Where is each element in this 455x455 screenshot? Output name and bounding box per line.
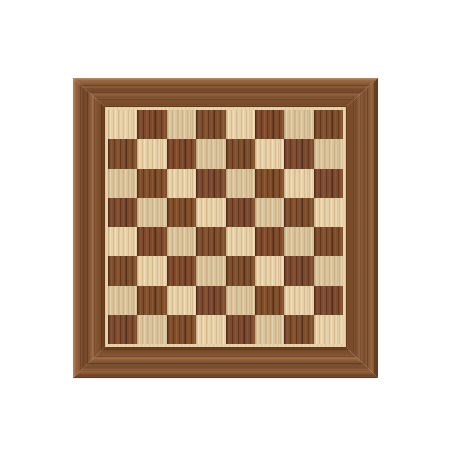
square-a1: [108, 315, 137, 344]
square-a4: [108, 227, 137, 256]
square-h5: [314, 198, 343, 227]
board-frame-top: [73, 78, 378, 107]
square-b3: [137, 256, 166, 285]
square-e7: [226, 139, 255, 168]
photo-background: [0, 0, 455, 455]
square-c2: [167, 286, 196, 315]
square-g8: [284, 110, 313, 139]
square-b5: [137, 198, 166, 227]
board-frame-left: [73, 78, 105, 378]
square-c3: [167, 256, 196, 285]
square-c8: [167, 110, 196, 139]
square-f2: [255, 286, 284, 315]
square-b6: [137, 169, 166, 198]
square-e3: [226, 256, 255, 285]
square-b7: [137, 139, 166, 168]
square-e6: [226, 169, 255, 198]
square-d3: [196, 256, 225, 285]
square-d5: [196, 198, 225, 227]
square-f7: [255, 139, 284, 168]
square-e1: [226, 315, 255, 344]
square-e4: [226, 227, 255, 256]
square-h2: [314, 286, 343, 315]
square-b4: [137, 227, 166, 256]
board-frame-right: [346, 78, 378, 378]
square-g4: [284, 227, 313, 256]
square-g2: [284, 286, 313, 315]
chess-board: [73, 78, 378, 378]
square-g1: [284, 315, 313, 344]
square-h4: [314, 227, 343, 256]
square-d4: [196, 227, 225, 256]
board-squares-grid: [108, 110, 343, 344]
square-b2: [137, 286, 166, 315]
square-a5: [108, 198, 137, 227]
square-h6: [314, 169, 343, 198]
square-c4: [167, 227, 196, 256]
square-b1: [137, 315, 166, 344]
square-f6: [255, 169, 284, 198]
square-d2: [196, 286, 225, 315]
square-a6: [108, 169, 137, 198]
square-c5: [167, 198, 196, 227]
square-e5: [226, 198, 255, 227]
square-a2: [108, 286, 137, 315]
square-f3: [255, 256, 284, 285]
square-h3: [314, 256, 343, 285]
square-d7: [196, 139, 225, 168]
square-d6: [196, 169, 225, 198]
square-f8: [255, 110, 284, 139]
square-f1: [255, 315, 284, 344]
square-c7: [167, 139, 196, 168]
square-g7: [284, 139, 313, 168]
square-h8: [314, 110, 343, 139]
square-a3: [108, 256, 137, 285]
square-b8: [137, 110, 166, 139]
square-h1: [314, 315, 343, 344]
square-e8: [226, 110, 255, 139]
maple-fillet-border: [105, 107, 346, 347]
square-a8: [108, 110, 137, 139]
square-f4: [255, 227, 284, 256]
square-e2: [226, 286, 255, 315]
square-h7: [314, 139, 343, 168]
square-g5: [284, 198, 313, 227]
square-c1: [167, 315, 196, 344]
square-d8: [196, 110, 225, 139]
square-a7: [108, 139, 137, 168]
board-frame-bottom: [73, 347, 378, 378]
square-g6: [284, 169, 313, 198]
square-g3: [284, 256, 313, 285]
square-c6: [167, 169, 196, 198]
square-f5: [255, 198, 284, 227]
square-d1: [196, 315, 225, 344]
